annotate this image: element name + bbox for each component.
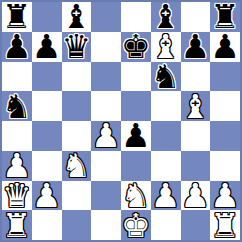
square-b3[interactable] — [32, 151, 62, 181]
square-e3[interactable] — [121, 151, 151, 181]
square-c1[interactable] — [62, 210, 92, 240]
piece-black-rook[interactable]: ♜ — [2, 2, 32, 32]
square-b1[interactable] — [32, 210, 62, 240]
square-g5[interactable]: ♝ — [181, 91, 211, 121]
piece-white-rook[interactable]: ♜ — [2, 210, 32, 240]
square-g8[interactable] — [181, 2, 211, 32]
square-d8[interactable] — [91, 2, 121, 32]
square-a3[interactable]: ♟ — [2, 151, 32, 181]
square-d4[interactable]: ♟ — [91, 121, 121, 151]
piece-black-bishop[interactable]: ♝ — [151, 2, 181, 32]
square-b6[interactable] — [32, 62, 62, 92]
piece-black-pawn[interactable]: ♟ — [32, 32, 62, 62]
piece-black-rook[interactable]: ♜ — [210, 2, 240, 32]
square-h2[interactable]: ♟ — [210, 181, 240, 211]
square-h4[interactable] — [210, 121, 240, 151]
piece-black-knight[interactable]: ♞ — [151, 62, 181, 92]
piece-black-pawn[interactable]: ♟ — [181, 32, 211, 62]
square-f2[interactable]: ♟ — [151, 181, 181, 211]
square-g6[interactable] — [181, 62, 211, 92]
square-a4[interactable] — [2, 121, 32, 151]
piece-black-knight[interactable]: ♞ — [2, 91, 32, 121]
square-h7[interactable]: ♟ — [210, 32, 240, 62]
square-c7[interactable]: ♛ — [62, 32, 92, 62]
square-a8[interactable]: ♜ — [2, 2, 32, 32]
square-h8[interactable]: ♜ — [210, 2, 240, 32]
square-e4[interactable]: ♟ — [121, 121, 151, 151]
square-h1[interactable]: ♜ — [210, 210, 240, 240]
square-c5[interactable] — [62, 91, 92, 121]
piece-white-pawn[interactable]: ♟ — [91, 121, 121, 151]
square-h5[interactable] — [210, 91, 240, 121]
piece-black-bishop[interactable]: ♝ — [62, 2, 92, 32]
square-e2[interactable]: ♞ — [121, 181, 151, 211]
piece-black-pawn[interactable]: ♟ — [2, 32, 32, 62]
piece-white-bishop[interactable]: ♝ — [181, 91, 211, 121]
square-g3[interactable] — [181, 151, 211, 181]
square-a5[interactable]: ♞ — [2, 91, 32, 121]
square-e8[interactable] — [121, 2, 151, 32]
square-b2[interactable]: ♟ — [32, 181, 62, 211]
piece-white-queen[interactable]: ♛ — [2, 181, 32, 211]
square-h3[interactable] — [210, 151, 240, 181]
square-d3[interactable] — [91, 151, 121, 181]
square-b8[interactable] — [32, 2, 62, 32]
square-e1[interactable]: ♚ — [121, 210, 151, 240]
piece-white-pawn[interactable]: ♟ — [32, 181, 62, 211]
piece-white-pawn[interactable]: ♟ — [181, 181, 211, 211]
square-d7[interactable] — [91, 32, 121, 62]
piece-black-king[interactable]: ♚ — [121, 32, 151, 62]
piece-white-knight[interactable]: ♞ — [62, 151, 92, 181]
square-b5[interactable] — [32, 91, 62, 121]
chess-board: ♜♝♝♜♟♟♛♚♝♟♟♞♞♝♟♟♟♞♛♟♞♟♟♟♜♚♜ — [0, 0, 242, 242]
square-g7[interactable]: ♟ — [181, 32, 211, 62]
piece-black-pawn[interactable]: ♟ — [121, 121, 151, 151]
square-d5[interactable] — [91, 91, 121, 121]
piece-black-queen[interactable]: ♛ — [62, 32, 92, 62]
square-g1[interactable] — [181, 210, 211, 240]
square-b4[interactable] — [32, 121, 62, 151]
piece-white-rook[interactable]: ♜ — [210, 210, 240, 240]
square-e6[interactable] — [121, 62, 151, 92]
piece-white-bishop[interactable]: ♝ — [151, 32, 181, 62]
square-f7[interactable]: ♝ — [151, 32, 181, 62]
piece-white-pawn[interactable]: ♟ — [210, 181, 240, 211]
square-f1[interactable] — [151, 210, 181, 240]
piece-black-pawn[interactable]: ♟ — [210, 32, 240, 62]
square-e5[interactable] — [121, 91, 151, 121]
square-d6[interactable] — [91, 62, 121, 92]
square-a2[interactable]: ♛ — [2, 181, 32, 211]
square-g2[interactable]: ♟ — [181, 181, 211, 211]
square-d1[interactable] — [91, 210, 121, 240]
piece-white-pawn[interactable]: ♟ — [2, 151, 32, 181]
square-f6[interactable]: ♞ — [151, 62, 181, 92]
square-g4[interactable] — [181, 121, 211, 151]
square-c6[interactable] — [62, 62, 92, 92]
piece-white-pawn[interactable]: ♟ — [151, 181, 181, 211]
square-f5[interactable] — [151, 91, 181, 121]
square-f8[interactable]: ♝ — [151, 2, 181, 32]
square-f3[interactable] — [151, 151, 181, 181]
square-h6[interactable] — [210, 62, 240, 92]
square-a7[interactable]: ♟ — [2, 32, 32, 62]
piece-white-knight[interactable]: ♞ — [121, 181, 151, 211]
square-b7[interactable]: ♟ — [32, 32, 62, 62]
square-a6[interactable] — [2, 62, 32, 92]
square-a1[interactable]: ♜ — [2, 210, 32, 240]
square-e7[interactable]: ♚ — [121, 32, 151, 62]
square-d2[interactable] — [91, 181, 121, 211]
piece-white-king[interactable]: ♚ — [121, 210, 151, 240]
square-c3[interactable]: ♞ — [62, 151, 92, 181]
square-c8[interactable]: ♝ — [62, 2, 92, 32]
square-c4[interactable] — [62, 121, 92, 151]
square-f4[interactable] — [151, 121, 181, 151]
square-c2[interactable] — [62, 181, 92, 211]
